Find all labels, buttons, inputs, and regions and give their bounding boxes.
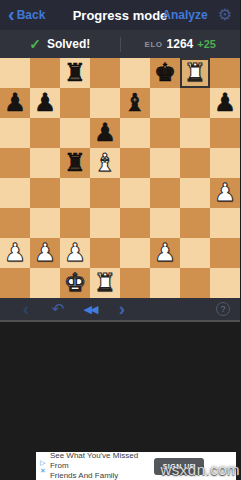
square-c7[interactable] [60,88,90,118]
square-g8[interactable]: ♜ [180,58,210,88]
square-f8[interactable]: ♚ [150,58,180,88]
square-a3[interactable] [0,208,30,238]
piece-white-bishop: ♝ [94,148,116,178]
piece-white-pawn: ♟ [34,238,56,268]
square-h5[interactable] [210,148,240,178]
square-d2[interactable] [90,238,120,268]
square-b2[interactable]: ♟ [30,238,60,268]
piece-white-rook: ♜ [94,268,116,298]
square-c8[interactable]: ♜ [60,58,90,88]
next-move-button[interactable]: › [106,299,138,319]
square-a1[interactable] [0,268,30,298]
square-h4[interactable]: ♟ [210,178,240,208]
square-h7[interactable]: ♟ [210,88,240,118]
piece-black-rook: ♜ [64,148,86,178]
square-f5[interactable] [150,148,180,178]
solved-label: Solved! [47,37,90,51]
check-icon: ✓ [29,36,41,52]
square-f2[interactable]: ♟ [150,238,180,268]
square-h8[interactable] [210,58,240,88]
square-d5[interactable]: ♝ [90,148,120,178]
square-c2[interactable]: ♟ [60,238,90,268]
ad-choice-icons: ▷ ✕ [40,459,46,474]
square-d8[interactable] [90,58,120,88]
square-d4[interactable] [90,178,120,208]
square-g6[interactable] [180,118,210,148]
square-e8[interactable] [120,58,150,88]
move-controls-bar: ‹ ↶ ◀◀ › ? [0,298,240,322]
previous-move-button[interactable]: ‹ [10,299,42,319]
rewind-icon[interactable]: ◀◀ [74,299,106,319]
adchoices-icon[interactable]: ▷ [40,459,46,466]
square-a8[interactable] [0,58,30,88]
ad-text-line1: See What You've Missed From [50,451,154,471]
square-b5[interactable] [30,148,60,178]
square-c1[interactable]: ♚ [60,268,90,298]
square-h2[interactable] [210,238,240,268]
square-b3[interactable] [30,208,60,238]
square-f6[interactable] [150,118,180,148]
square-b8[interactable] [30,58,60,88]
square-e5[interactable] [120,148,150,178]
square-e4[interactable] [120,178,150,208]
square-f1[interactable] [150,268,180,298]
square-b4[interactable] [30,178,60,208]
square-e1[interactable] [120,268,150,298]
square-a7[interactable]: ♟ [0,88,30,118]
square-h1[interactable] [210,268,240,298]
square-f3[interactable] [150,208,180,238]
square-e6[interactable] [120,118,150,148]
ad-text-line2: Friends And Family [50,471,154,480]
piece-white-king: ♚ [64,268,86,298]
square-h6[interactable] [210,118,240,148]
square-e7[interactable]: ♝ [120,88,150,118]
square-c3[interactable] [60,208,90,238]
square-g5[interactable] [180,148,210,178]
square-f7[interactable] [150,88,180,118]
square-d1[interactable]: ♜ [90,268,120,298]
piece-black-king: ♚ [154,58,176,88]
square-e2[interactable] [120,238,150,268]
piece-white-rook: ♜ [184,58,206,88]
square-g4[interactable] [180,178,210,208]
app-screen: ‹ Back Progress mode Analyze ⚙ ✓ Solved!… [0,0,240,480]
piece-black-pawn: ♟ [4,88,26,118]
status-bar: ✓ Solved! ELO 1264 +25 [0,30,240,58]
back-button[interactable]: ‹ Back [8,6,45,24]
square-b1[interactable] [30,268,60,298]
square-f4[interactable] [150,178,180,208]
square-a6[interactable] [0,118,30,148]
square-b6[interactable] [30,118,60,148]
square-h3[interactable] [210,208,240,238]
chess-board: ♜♚♜♟♟♝♟♟♜♝♟♟♟♟♟♚♜ [0,58,240,298]
piece-white-pawn: ♟ [4,238,26,268]
navigation-bar: ‹ Back Progress mode Analyze ⚙ [0,0,240,30]
ad-banner[interactable]: ▷ ✕ See What You've Missed From Friends … [36,452,236,480]
analyze-button[interactable]: Analyze [162,8,207,22]
piece-black-rook: ♜ [64,58,86,88]
square-g3[interactable] [180,208,210,238]
elo-label: ELO [145,40,163,49]
square-e3[interactable] [120,208,150,238]
square-b7[interactable]: ♟ [30,88,60,118]
ad-signup-button[interactable]: SIGN UP [154,458,204,475]
elo-status: ELO 1264 +25 [121,37,241,51]
piece-white-pawn: ♟ [64,238,86,268]
square-a2[interactable]: ♟ [0,238,30,268]
back-button-label: Back [17,8,46,22]
elo-value: 1264 [167,37,194,51]
elo-delta: +25 [197,38,216,50]
square-g7[interactable] [180,88,210,118]
ad-close-icon[interactable]: ✕ [40,467,46,474]
square-a5[interactable] [0,148,30,178]
piece-black-pawn: ♟ [214,88,236,118]
square-g2[interactable] [180,238,210,268]
help-question-icon: ? [220,304,225,314]
square-d3[interactable] [90,208,120,238]
square-a4[interactable] [0,178,30,208]
piece-white-pawn: ♟ [214,178,236,208]
piece-black-bishop: ♝ [124,88,146,118]
help-button[interactable]: ? [216,302,230,316]
undo-icon[interactable]: ↶ [42,299,74,319]
square-d6[interactable]: ♟ [90,118,120,148]
solved-status: ✓ Solved! [0,36,120,52]
piece-black-pawn: ♟ [34,88,56,118]
back-chevron-icon: ‹ [8,5,15,23]
square-d7[interactable] [90,88,120,118]
settings-gear-icon[interactable]: ⚙ [218,7,232,23]
square-c6[interactable] [60,118,90,148]
piece-black-pawn: ♟ [94,118,116,148]
square-g1[interactable] [180,268,210,298]
piece-white-pawn: ♟ [154,238,176,268]
square-c5[interactable]: ♜ [60,148,90,178]
square-c4[interactable] [60,178,90,208]
ad-text: See What You've Missed From Friends And … [50,451,154,480]
